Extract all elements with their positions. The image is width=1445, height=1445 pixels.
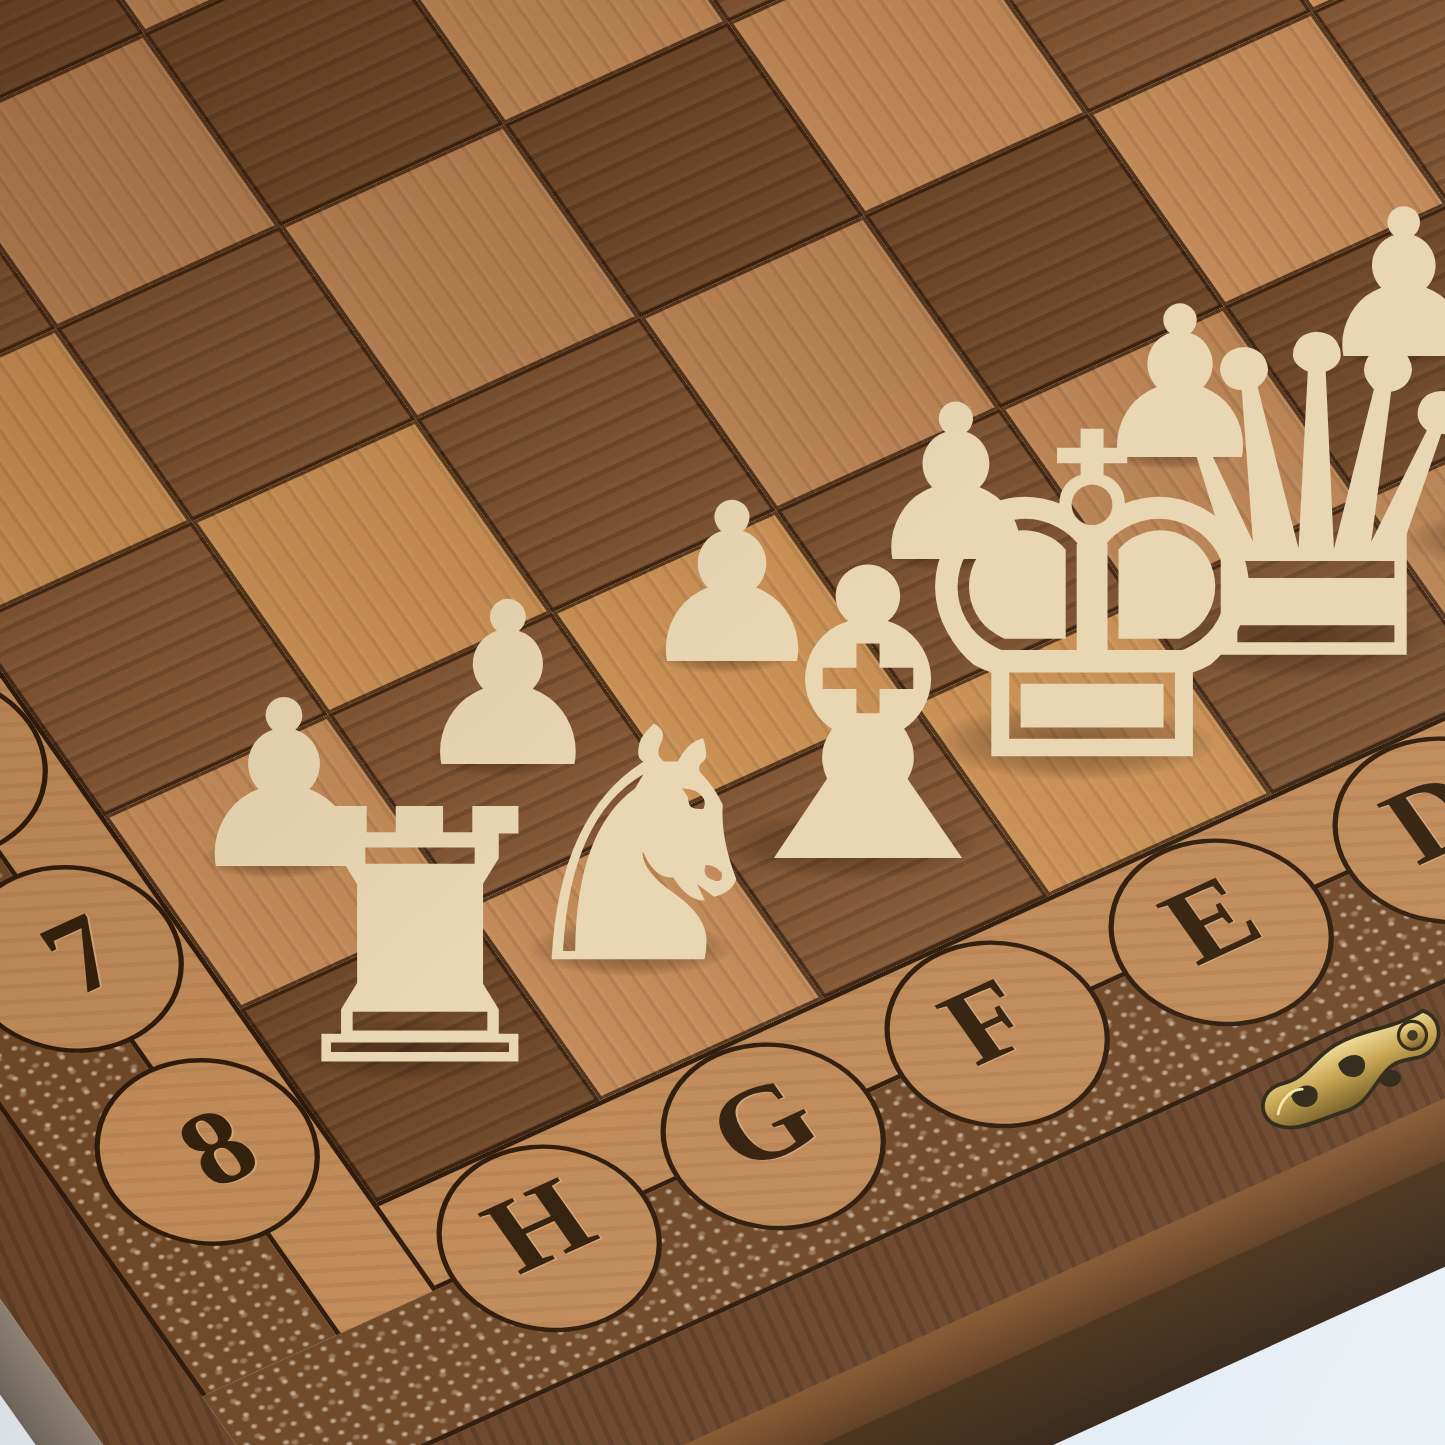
chessboard-photo: HGFEDCBA87654321 ♜♞♝♚♛♝♟♟♟♟♟♟ <box>0 0 1445 1445</box>
